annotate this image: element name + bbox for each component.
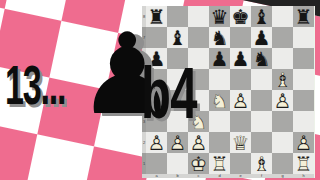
file-label-c: c [188, 174, 209, 178]
white-pawn-c2: ♟♙ [188, 132, 209, 153]
square-d8: ♛ [209, 6, 230, 27]
square-h1: ♜♖ [293, 153, 314, 174]
square-g5: ♝♗ [272, 69, 293, 90]
square-d1: ♜♖ [209, 153, 230, 174]
file-label-e: e [230, 174, 251, 178]
square-e7 [230, 27, 251, 48]
file-label-g: g [272, 174, 293, 178]
square-d3 [209, 111, 230, 132]
black-pawn-d6: ♟ [209, 48, 230, 69]
move-number-text: 13... [5, 58, 65, 113]
white-rook-d1: ♜♖ [209, 153, 230, 174]
square-g1 [272, 153, 293, 174]
white-rook-h1: ♜♖ [293, 153, 314, 174]
square-c2: ♟♙ [188, 132, 209, 153]
piece-outline: ♖ [295, 154, 313, 174]
piece-outline: ♖ [211, 154, 229, 174]
video-thumbnail[interactable]: 13... ♟ b4 ♜♛♚♝♜♝♞♟♟♟♟♞♝♗♟♞♘♟♙♟♙♞♘♟♙♟♙♟♙… [0, 0, 320, 180]
square-h6 [293, 48, 314, 69]
square-h4 [293, 90, 314, 111]
square-f5 [251, 69, 272, 90]
square-c7 [188, 27, 209, 48]
square-d6: ♟ [209, 48, 230, 69]
square-e5 [230, 69, 251, 90]
square-f6: ♞ [251, 48, 272, 69]
square-e2: ♛♕ [230, 132, 251, 153]
square-d7: ♞ [209, 27, 230, 48]
file-label-d: d [209, 174, 230, 178]
piece-outline: ♘ [211, 91, 229, 111]
black-queen-d8: ♛ [209, 6, 230, 27]
white-pawn-h2: ♟♙ [293, 132, 314, 153]
square-g6 [272, 48, 293, 69]
black-king-e8: ♚ [230, 6, 251, 27]
square-a1 [146, 153, 167, 174]
white-king-c1: ♚♔ [188, 153, 209, 174]
square-c1: ♚♔ [188, 153, 209, 174]
black-knight-d7: ♞ [209, 27, 230, 48]
file-label-h: h [293, 174, 314, 178]
square-g4: ♟♙ [272, 90, 293, 111]
file-label-a: a [146, 174, 167, 178]
move-square-text: b4 [141, 57, 197, 129]
square-f8: ♝ [251, 6, 272, 27]
white-bishop-g5: ♝♗ [272, 69, 293, 90]
square-f1: ♝♗ [251, 153, 272, 174]
square-d4: ♞♘ [209, 90, 230, 111]
black-knight-f6: ♞ [251, 48, 272, 69]
square-g3 [272, 111, 293, 132]
square-h5 [293, 69, 314, 90]
piece-outline: ♕ [232, 133, 250, 153]
square-e4: ♟♙ [230, 90, 251, 111]
square-h8: ♜ [293, 6, 314, 27]
square-f7: ♟ [251, 27, 272, 48]
white-bishop-f1: ♝♗ [251, 153, 272, 174]
square-f3 [251, 111, 272, 132]
square-d2 [209, 132, 230, 153]
square-h2: ♟♙ [293, 132, 314, 153]
rank-label-1: 1 [142, 153, 146, 174]
black-rook-h8: ♜ [293, 6, 314, 27]
square-d5 [209, 69, 230, 90]
white-queen-e2: ♛♕ [230, 132, 251, 153]
square-c8 [188, 6, 209, 27]
square-g7 [272, 27, 293, 48]
square-e3 [230, 111, 251, 132]
black-bishop-f8: ♝ [251, 6, 272, 27]
square-b1 [167, 153, 188, 174]
file-label-f: f [251, 174, 272, 178]
piece-outline: ♔ [190, 154, 208, 174]
black-pawn-e6: ♟ [230, 48, 251, 69]
file-labels: abcdefgh [146, 174, 314, 178]
square-f4 [251, 90, 272, 111]
piece-outline: ♗ [253, 154, 271, 174]
square-h3 [293, 111, 314, 132]
white-pawn-e4: ♟♙ [230, 90, 251, 111]
square-e1 [230, 153, 251, 174]
square-g8 [272, 6, 293, 27]
square-h7 [293, 27, 314, 48]
square-e6: ♟ [230, 48, 251, 69]
piece-outline: ♙ [232, 91, 250, 111]
square-g2 [272, 132, 293, 153]
piece-outline: ♙ [190, 133, 208, 153]
piece-outline: ♙ [295, 133, 313, 153]
file-label-b: b [167, 174, 188, 178]
black-pawn-f7: ♟ [251, 27, 272, 48]
piece-outline: ♗ [274, 70, 292, 90]
piece-outline: ♙ [274, 91, 292, 111]
white-pawn-g4: ♟♙ [272, 90, 293, 111]
white-knight-d4: ♞♘ [209, 90, 230, 111]
square-e8: ♚ [230, 6, 251, 27]
square-f2 [251, 132, 272, 153]
